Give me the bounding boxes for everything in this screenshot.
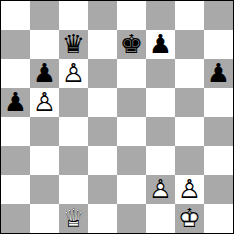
square-h8[interactable]	[204, 1, 233, 30]
square-h2[interactable]	[204, 175, 233, 204]
square-h1[interactable]	[204, 204, 233, 233]
square-h7[interactable]	[204, 30, 233, 59]
square-d8[interactable]	[88, 1, 117, 30]
square-d6[interactable]	[88, 59, 117, 88]
square-a3[interactable]	[1, 146, 30, 175]
square-b7[interactable]	[30, 30, 59, 59]
white-pawn[interactable]: ♟♙	[59, 59, 88, 88]
black-queen[interactable]: ♛	[59, 30, 88, 59]
square-c2[interactable]	[59, 175, 88, 204]
square-f8[interactable]	[146, 1, 175, 30]
black-pawn[interactable]: ♟	[1, 88, 30, 117]
square-e1[interactable]	[117, 204, 146, 233]
square-e4[interactable]	[117, 117, 146, 146]
black-king[interactable]: ♚	[117, 30, 146, 59]
square-g5[interactable]	[175, 88, 204, 117]
white-pawn[interactable]: ♟♙	[30, 88, 59, 117]
square-e8[interactable]	[117, 1, 146, 30]
square-b5[interactable]: ♟♙	[30, 88, 59, 117]
square-e6[interactable]	[117, 59, 146, 88]
square-f1[interactable]	[146, 204, 175, 233]
square-d1[interactable]	[88, 204, 117, 233]
square-h4[interactable]	[204, 117, 233, 146]
square-c8[interactable]	[59, 1, 88, 30]
chess-board-frame: ♛♚♟♟♟♙♟♟♟♙♟♙♟♙♛♕♚♔	[0, 0, 234, 234]
square-a8[interactable]	[1, 1, 30, 30]
square-b8[interactable]	[30, 1, 59, 30]
square-f5[interactable]	[146, 88, 175, 117]
square-a2[interactable]	[1, 175, 30, 204]
black-pawn[interactable]: ♟	[146, 30, 175, 59]
square-h5[interactable]	[204, 88, 233, 117]
piece-outline-glyph: ♙	[175, 175, 204, 204]
black-pawn[interactable]: ♟	[204, 59, 233, 88]
square-a4[interactable]	[1, 117, 30, 146]
square-b2[interactable]	[30, 175, 59, 204]
square-g1[interactable]: ♚♔	[175, 204, 204, 233]
square-a5[interactable]: ♟	[1, 88, 30, 117]
square-h6[interactable]: ♟	[204, 59, 233, 88]
square-d5[interactable]	[88, 88, 117, 117]
square-d2[interactable]	[88, 175, 117, 204]
square-a1[interactable]	[1, 204, 30, 233]
square-b1[interactable]	[30, 204, 59, 233]
square-d3[interactable]	[88, 146, 117, 175]
square-e5[interactable]	[117, 88, 146, 117]
square-e3[interactable]	[117, 146, 146, 175]
square-a6[interactable]	[1, 59, 30, 88]
square-d7[interactable]	[88, 30, 117, 59]
square-b3[interactable]	[30, 146, 59, 175]
square-e7[interactable]: ♚	[117, 30, 146, 59]
square-b4[interactable]	[30, 117, 59, 146]
square-c1[interactable]: ♛♕	[59, 204, 88, 233]
white-queen[interactable]: ♛♕	[59, 204, 88, 233]
piece-outline-glyph: ♙	[59, 59, 88, 88]
square-f4[interactable]	[146, 117, 175, 146]
black-pawn[interactable]: ♟	[30, 59, 59, 88]
square-g3[interactable]	[175, 146, 204, 175]
white-king[interactable]: ♚♔	[175, 204, 204, 233]
square-c7[interactable]: ♛	[59, 30, 88, 59]
square-d4[interactable]	[88, 117, 117, 146]
square-g4[interactable]	[175, 117, 204, 146]
square-g6[interactable]	[175, 59, 204, 88]
square-b6[interactable]: ♟	[30, 59, 59, 88]
piece-outline-glyph: ♙	[146, 175, 175, 204]
square-c5[interactable]	[59, 88, 88, 117]
chess-board: ♛♚♟♟♟♙♟♟♟♙♟♙♟♙♛♕♚♔	[1, 1, 233, 233]
square-f7[interactable]: ♟	[146, 30, 175, 59]
square-g7[interactable]	[175, 30, 204, 59]
piece-outline-glyph: ♔	[175, 204, 204, 233]
square-e2[interactable]	[117, 175, 146, 204]
square-c3[interactable]	[59, 146, 88, 175]
square-g2[interactable]: ♟♙	[175, 175, 204, 204]
square-g8[interactable]	[175, 1, 204, 30]
square-f2[interactable]: ♟♙	[146, 175, 175, 204]
square-c4[interactable]	[59, 117, 88, 146]
square-h3[interactable]	[204, 146, 233, 175]
white-pawn[interactable]: ♟♙	[175, 175, 204, 204]
square-a7[interactable]	[1, 30, 30, 59]
white-pawn[interactable]: ♟♙	[146, 175, 175, 204]
square-f3[interactable]	[146, 146, 175, 175]
square-c6[interactable]: ♟♙	[59, 59, 88, 88]
piece-outline-glyph: ♕	[59, 204, 88, 233]
square-f6[interactable]	[146, 59, 175, 88]
piece-outline-glyph: ♙	[30, 88, 59, 117]
